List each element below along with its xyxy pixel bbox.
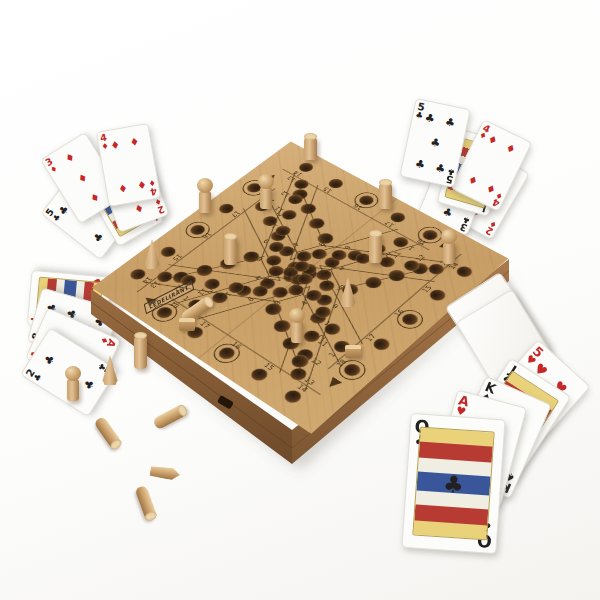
playing-card-3♣: 3♣3♣♣♣♣ <box>416 145 496 237</box>
card-pip: ♣ <box>42 352 57 366</box>
card-pip: ♣ <box>414 157 426 170</box>
hole-number: 8 <box>317 241 327 248</box>
card-suit-glyph: ♥ <box>60 294 77 308</box>
board-hole-18 <box>154 305 175 320</box>
board-hole-11 <box>301 328 323 344</box>
playing-card-4♦: 4♦4♦♦♦♦♦ <box>450 119 533 212</box>
card-index: 4♦ <box>491 190 505 208</box>
hole-number: 10 <box>219 290 233 300</box>
card-index: A♦ <box>98 334 117 348</box>
hole-number: 6 <box>284 266 294 273</box>
hole-number: 7 <box>301 293 312 300</box>
board-hole-5 <box>285 260 306 274</box>
hole-number: 14 <box>295 383 310 394</box>
hole-number: 2 <box>274 211 284 217</box>
hole-number: 16 <box>352 202 365 211</box>
card-index: Q♣ <box>413 418 430 448</box>
hole-number: 18 <box>415 237 429 246</box>
hole-number: 4 <box>291 241 301 248</box>
board-hole-12 <box>286 193 306 206</box>
card-index: A♥ <box>454 395 470 419</box>
card-pip: ♣ <box>81 323 94 336</box>
card-index: K♠ <box>479 381 497 405</box>
hole-number: 11 <box>315 338 330 349</box>
hole-number: 13 <box>285 175 298 183</box>
playing-card-2♦: 2♦2♦♦♦ <box>444 147 530 241</box>
hole-number: 12 <box>309 357 324 368</box>
card-pip: ♦ <box>76 171 89 185</box>
board-hole-6 <box>280 265 301 279</box>
board-hole-18 <box>341 362 363 379</box>
card-pip: ♥ <box>551 378 570 397</box>
board-hole-11 <box>202 277 223 292</box>
card-pip: ♦ <box>118 161 130 174</box>
hole-number: 1 <box>406 244 416 251</box>
board-hole-4 <box>257 277 278 292</box>
board-hole-8 <box>316 278 337 293</box>
board-hole-14 <box>282 388 305 405</box>
hole-number: 13 <box>148 280 162 290</box>
card-pip: ♥ <box>522 392 541 411</box>
hole-number: 13 <box>438 257 452 267</box>
card-index: J♥ <box>30 315 48 324</box>
board-hole-4 <box>303 288 324 303</box>
board-hole-10 <box>226 280 247 295</box>
hole-number: 11 <box>273 205 286 214</box>
card-index: 2♣ <box>25 367 44 383</box>
board-hole-9 <box>329 248 350 262</box>
engraved-lines <box>149 218 410 397</box>
hole-number: 1 <box>266 196 276 202</box>
court-card-art: ♠ <box>467 371 559 471</box>
hole-number: 15 <box>261 361 276 372</box>
card-index: 5♣ <box>112 209 129 225</box>
card-pip: ♣ <box>103 215 117 229</box>
hole-number: 3 <box>228 281 238 288</box>
playing-card-2♦: 2♦2♦♦♦ <box>94 143 170 232</box>
hole-number: 17 <box>198 320 212 330</box>
board-hole-18 <box>244 181 264 194</box>
fold-seam <box>198 198 397 358</box>
hole-number: 9 <box>330 303 340 311</box>
wooden-peg-cube <box>345 345 361 358</box>
side-groove-right <box>292 271 509 448</box>
hole-number: 7 <box>262 275 272 282</box>
finish-hole-1 <box>288 353 311 370</box>
card-pip: ♥ <box>492 405 511 424</box>
card-pip: ♦ <box>137 179 148 191</box>
hole-number: 18 <box>334 358 349 369</box>
board-hole-10 <box>273 224 293 238</box>
playing-card-5♥: 5♥5♥♥♥♥♥♥ <box>471 340 592 463</box>
wooden-peg-knob <box>260 187 272 209</box>
card-index: 2♦ <box>484 219 499 237</box>
playing-card-facedown <box>456 289 561 404</box>
card-index: 8♣ <box>97 306 116 318</box>
hole-number: 6 <box>306 273 317 280</box>
engraved-lines <box>134 176 383 353</box>
board-hole-14 <box>296 161 315 173</box>
card-pip: ♦ <box>133 202 145 215</box>
card-pip: ♣ <box>450 184 463 197</box>
board-hole-1 <box>252 200 272 213</box>
board-hole-12 <box>178 273 199 288</box>
wooden-peg-knob <box>443 242 455 264</box>
card-pip: ♣ <box>434 162 446 175</box>
playing-card-8♣: 8♣8♣♣♣♣♣♣♣♣♣ <box>27 287 120 363</box>
board-hole-8 <box>309 247 330 261</box>
board-hole-15 <box>326 177 346 190</box>
card-suit-glyph: ♠ <box>501 408 525 433</box>
hole-number: 1 <box>181 295 191 303</box>
card-pip: ♣ <box>441 207 454 220</box>
hole-number: 4 <box>338 265 348 272</box>
board-hole-1 <box>331 339 353 355</box>
playing-card-J♦: J♦J♦♦ <box>81 155 165 247</box>
hole-number: 14 <box>140 275 154 285</box>
wooden-peg-lying-cylinder <box>180 295 215 324</box>
card-index: 3♣ <box>458 215 471 233</box>
ringed-start-hole <box>414 224 447 246</box>
hole-number: 8 <box>255 255 265 262</box>
card-pip: ♦ <box>59 335 87 362</box>
board-hole-8 <box>270 285 291 300</box>
finish-hole-3 <box>271 318 294 334</box>
court-card-art: ♣ <box>412 427 494 541</box>
card-index: 4♦ <box>478 124 492 142</box>
hole-number: 3 <box>361 258 371 265</box>
finish-hole-2 <box>298 202 319 216</box>
card-index: 3♦ <box>45 157 60 175</box>
card-pip: ♦ <box>483 184 496 198</box>
hole-number: 6 <box>301 261 311 268</box>
board-hole-6 <box>299 267 320 281</box>
board-hole-9 <box>314 293 335 308</box>
card-pip: ♥ <box>463 432 495 466</box>
hole-number: 1 <box>327 351 338 359</box>
card-fan-front: 5♥5♥♥♥♥♥♥J♠J♠♠K♠K♠A♥A♥♥Q♣Q♣♣ <box>0 0 600 600</box>
card-index: 5♣ <box>444 166 455 184</box>
ringed-start-hole <box>181 219 213 241</box>
court-card-art: ♥ <box>35 277 103 326</box>
board-hole-8 <box>263 253 284 267</box>
hole-number: 14 <box>447 261 461 271</box>
card-pip: ♣ <box>39 322 52 335</box>
finish-hole-3 <box>362 275 384 291</box>
wooden-peg-lying-cylinder <box>152 404 188 431</box>
side-groove-left <box>91 302 292 448</box>
hole-number: 12 <box>279 190 292 199</box>
wooden-peg-cylinder <box>224 236 237 265</box>
playing-card-K♠: K♠K♠ <box>444 376 552 500</box>
card-index: 5♥ <box>516 434 538 457</box>
hole-number: 7 <box>328 264 338 271</box>
playing-card-facedown <box>445 272 552 387</box>
latch-slot <box>217 395 234 409</box>
card-fans-behind-board: 5♣5♣♣♣♣♣♣J♦J♦♦2♦2♦♦♦3♦3♦♦♦♦4♦4♦♦♦♦♦2♦2♦♦… <box>0 0 600 600</box>
board-hole-11 <box>377 255 398 269</box>
board-hole-16 <box>356 194 376 207</box>
wooden-peg-cube <box>179 318 195 331</box>
quadrant-bottom: 123456789101112131415161718 <box>131 214 416 414</box>
playing-card-J♣: J♣J♣♣ <box>436 128 510 217</box>
hole-number: 5 <box>299 256 309 263</box>
engraved-lines <box>212 200 464 385</box>
card-pip: ♣ <box>57 203 71 217</box>
card-index: 5♣ <box>45 208 62 224</box>
hole-number: 11 <box>389 250 403 259</box>
board-side-front-left <box>91 289 292 464</box>
brand-stamp: LEDELIRANT <box>144 280 194 315</box>
finish-hole-3 <box>217 256 239 271</box>
board-hole-13 <box>426 262 447 276</box>
hole-number: 9 <box>245 295 256 302</box>
court-card-art: ♦ <box>90 165 156 238</box>
card-pip: ♣ <box>459 162 472 175</box>
playing-card-5♣: 5♣5♣♣♣♣♣♣ <box>399 98 471 188</box>
board-hole-6 <box>288 272 309 287</box>
board-hole-16 <box>188 223 208 237</box>
card-index: J♠ <box>506 454 526 478</box>
board-hole-12 <box>294 347 316 363</box>
card-pip: ♣ <box>80 209 94 223</box>
hole-number: 16 <box>200 231 213 240</box>
wooden-peg-lying-cylinder <box>135 485 158 521</box>
hole-number: 16 <box>392 308 406 318</box>
board-side-faces <box>0 0 600 600</box>
hole-number: 9 <box>262 237 272 244</box>
board-hole-17 <box>216 202 236 215</box>
hole-number: 4 <box>299 300 310 307</box>
card-pip: ♦ <box>110 139 121 151</box>
board-hole-15 <box>248 366 270 383</box>
card-pip: ♣ <box>60 328 73 341</box>
board-shadow <box>80 272 520 470</box>
card-index: 3♣ <box>441 149 454 167</box>
wood-grain <box>92 142 508 434</box>
board-hole-5 <box>299 262 320 276</box>
board-hole-14 <box>128 267 149 281</box>
board-hole-2 <box>322 321 344 337</box>
card-pip: ♦ <box>129 136 140 148</box>
wooden-peg-cylinder <box>379 182 392 209</box>
board-wrap: 123456789101112131415161718 123456789101… <box>0 0 600 600</box>
card-suit-glyph: ♣ <box>442 470 465 498</box>
hole-number: 13 <box>302 376 317 387</box>
board-hole-3 <box>268 229 288 243</box>
card-pip: ♣ <box>91 230 105 244</box>
board-hole-12 <box>401 258 422 272</box>
hole-number: 3 <box>308 316 319 323</box>
quadrant-left: 123456789101112131415161718 <box>117 166 390 358</box>
card-pip: ♦ <box>491 167 505 181</box>
finish-hole-4 <box>240 249 262 264</box>
wooden-peg-lying-cylinder <box>93 416 122 451</box>
board-hole-13 <box>292 178 312 191</box>
hole-number: 18 <box>167 300 181 310</box>
hole-number: 12 <box>171 283 185 293</box>
wooden-peg-knob <box>199 191 211 213</box>
court-card-art: ♣ <box>444 137 501 208</box>
finish-hole-1 <box>290 188 311 202</box>
board-hole-17 <box>388 211 408 224</box>
wooden-peg-cylinder <box>134 335 147 369</box>
board-hole-2 <box>209 290 230 305</box>
board-hole-3 <box>312 304 333 319</box>
hole-number: 2 <box>317 333 328 341</box>
hole-number: 2 <box>384 251 394 258</box>
hole-number: 12 <box>414 253 428 262</box>
board-top-face <box>92 142 508 434</box>
card-index: 2♦ <box>154 197 166 215</box>
card-pip: ♣ <box>444 116 456 129</box>
card-suit-glyph: ♣ <box>465 164 480 182</box>
ringed-start-hole <box>209 340 244 366</box>
board-hole-10 <box>307 310 328 325</box>
card-pip: ♣ <box>65 308 78 321</box>
card-index: J♦ <box>146 205 160 223</box>
board-hole-7 <box>314 268 335 283</box>
wooden-peg-cone <box>340 277 356 307</box>
card-index: J♦ <box>85 179 99 197</box>
finish-hole-2 <box>386 268 408 283</box>
board-hole-16 <box>216 345 238 361</box>
card-pip: ♦ <box>469 207 483 221</box>
board-hole-3 <box>345 248 366 262</box>
card-index: J♣ <box>479 196 491 214</box>
hole-number: 6 <box>289 277 299 284</box>
board-hole-18 <box>420 228 440 242</box>
card-index: 2♦ <box>476 151 491 169</box>
card-index: 4♦ <box>100 134 110 151</box>
board-hole-1 <box>391 235 411 249</box>
card-pip: ♣ <box>45 302 58 315</box>
corner-triangle-marker <box>141 294 157 306</box>
card-pip: ♣ <box>52 315 65 328</box>
card-index: 2♦ <box>98 161 110 179</box>
hole-number: 10 <box>266 220 279 229</box>
card-index: 8♣ <box>31 332 50 344</box>
finish-hole-2 <box>279 335 302 352</box>
playing-card-A♥: A♥A♥♥ <box>431 390 528 508</box>
board-hole-9 <box>266 240 286 254</box>
card-pip: ♣ <box>429 137 441 150</box>
corner-triangle-marker <box>264 173 279 183</box>
corner-triangle-marker <box>439 241 455 252</box>
ringed-start-hole <box>147 300 181 324</box>
card-pip: ♦ <box>118 182 129 194</box>
hole-number: 5 <box>314 272 324 279</box>
engraved-lines <box>197 167 449 333</box>
wooden-peg-cylinder <box>369 233 382 263</box>
hole-number: 17 <box>383 220 396 229</box>
card-pip: ♥ <box>511 422 530 441</box>
card-index: K♠ <box>499 470 517 494</box>
board-hole-3 <box>233 283 254 298</box>
board-hole-14 <box>454 264 475 279</box>
card-index: 5♥ <box>524 345 546 368</box>
board-hole-13 <box>154 270 175 284</box>
finish-hole-4 <box>339 282 361 298</box>
board-hole-4 <box>276 244 296 258</box>
finish-hole-2 <box>194 263 216 278</box>
wooden-peg-cone <box>102 355 118 385</box>
playing-card-J♠: J♠J♠♠ <box>455 358 572 484</box>
card-index: J♣ <box>455 132 467 150</box>
card-pip: ♦ <box>485 134 498 148</box>
board-hole-16 <box>399 312 421 327</box>
hole-number: 17 <box>229 209 242 218</box>
hole-number: 11 <box>195 287 209 297</box>
hole-number: 17 <box>364 333 378 344</box>
hole-number: 4 <box>252 274 262 281</box>
board-hole-7 <box>294 249 315 263</box>
playing-card-A♦: A♦A♦♦ <box>25 307 121 391</box>
finish-hole-1 <box>409 261 431 276</box>
hole-number: 16 <box>229 340 243 351</box>
hole-number: 7 <box>289 247 299 254</box>
quadrant-top: 123456789101112131415161718 <box>191 155 465 338</box>
card-pip: ♣ <box>69 188 83 202</box>
board-hole-4 <box>322 255 343 269</box>
wooden-peg-knob <box>67 379 79 401</box>
playing-card-2♣: 2♣2♣♣♣ <box>20 327 118 417</box>
board-hole-5 <box>295 272 316 287</box>
ringed-start-hole <box>393 307 428 332</box>
board-hole-15 <box>427 288 448 303</box>
board-hole-6 <box>291 259 312 273</box>
hole-number: 5 <box>276 267 286 274</box>
tock-board: 123456789101112131415161718 123456789101… <box>92 142 508 434</box>
card-pip: ♣ <box>88 336 101 349</box>
board-side-front-right <box>292 259 509 464</box>
hole-number: 14 <box>292 169 305 177</box>
hole-number: 2 <box>205 288 215 296</box>
card-pip: ♣ <box>82 377 97 391</box>
playing-card-3♦: 3♦3♦♦♦♦ <box>40 132 125 224</box>
pegs-layer <box>0 0 600 600</box>
board-hole-9 <box>250 284 271 299</box>
hole-number: 10 <box>322 319 336 329</box>
hole-number: 9 <box>343 244 353 251</box>
board-hole-11 <box>279 208 299 221</box>
hole-number: 18 <box>257 189 270 198</box>
quadrant-right: 123456789101112131415161718 <box>206 197 485 399</box>
board-hole-17 <box>371 336 393 352</box>
board-hole-2 <box>368 242 389 256</box>
card-index: 3♦ <box>107 181 122 199</box>
board-hole-15 <box>158 245 178 259</box>
board-hole-1 <box>185 297 206 312</box>
hole-number: 10 <box>365 247 379 256</box>
card-suit-glyph: ♦ <box>114 192 131 211</box>
card-index: J♥ <box>90 278 108 287</box>
card-pip: ♥ <box>532 361 551 380</box>
playing-card-5♣: 5♣5♣♣♣♣♣♣ <box>41 172 133 260</box>
wooden-peg-cone <box>144 239 160 269</box>
board-hole-2 <box>260 214 280 227</box>
finish-hole-1 <box>170 270 192 285</box>
ringed-start-hole <box>238 178 270 199</box>
card-pip: ♦ <box>64 151 77 165</box>
card-pip: ♣ <box>93 316 106 329</box>
playing-card-J♥: J♥J♥♥ <box>27 269 112 332</box>
wooden-peg-knob <box>291 321 303 343</box>
hole-number: 8 <box>336 284 346 292</box>
corner-triangle-marker <box>325 377 342 390</box>
board-hole-10 <box>353 251 374 265</box>
product-photo-scene: 5♣5♣♣♣♣♣♣J♦J♦♦2♦2♦♦♦3♦3♦♦♦♦4♦4♦♦♦♦♦2♦2♦♦… <box>0 0 600 600</box>
